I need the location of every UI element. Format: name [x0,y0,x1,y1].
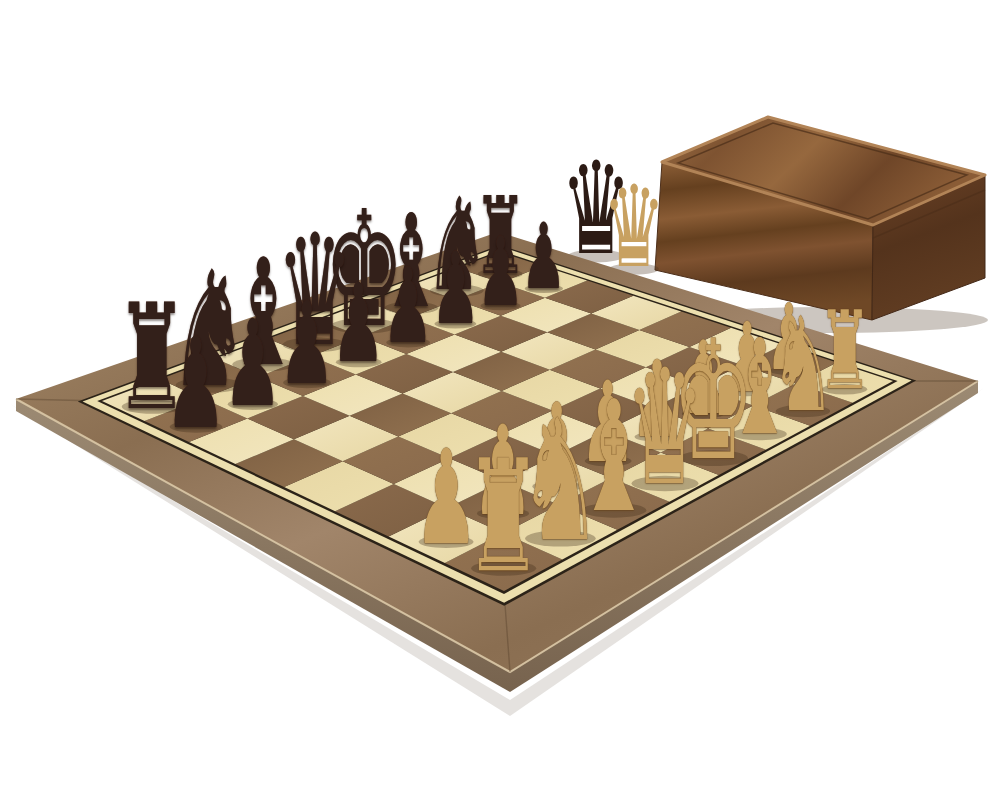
chess-set-product-scene: ♛♛ ♜♟♞♟♝♟♚♟♛♟♝♟♟♞♜♟♟♜♞♟♟♝♟♚♟♛♟♝♟♞♟♜ [0,0,1000,800]
piece-black-pawn[interactable]: ♟ [161,322,231,447]
piece-white-rook[interactable]: ♜ [460,439,547,594]
